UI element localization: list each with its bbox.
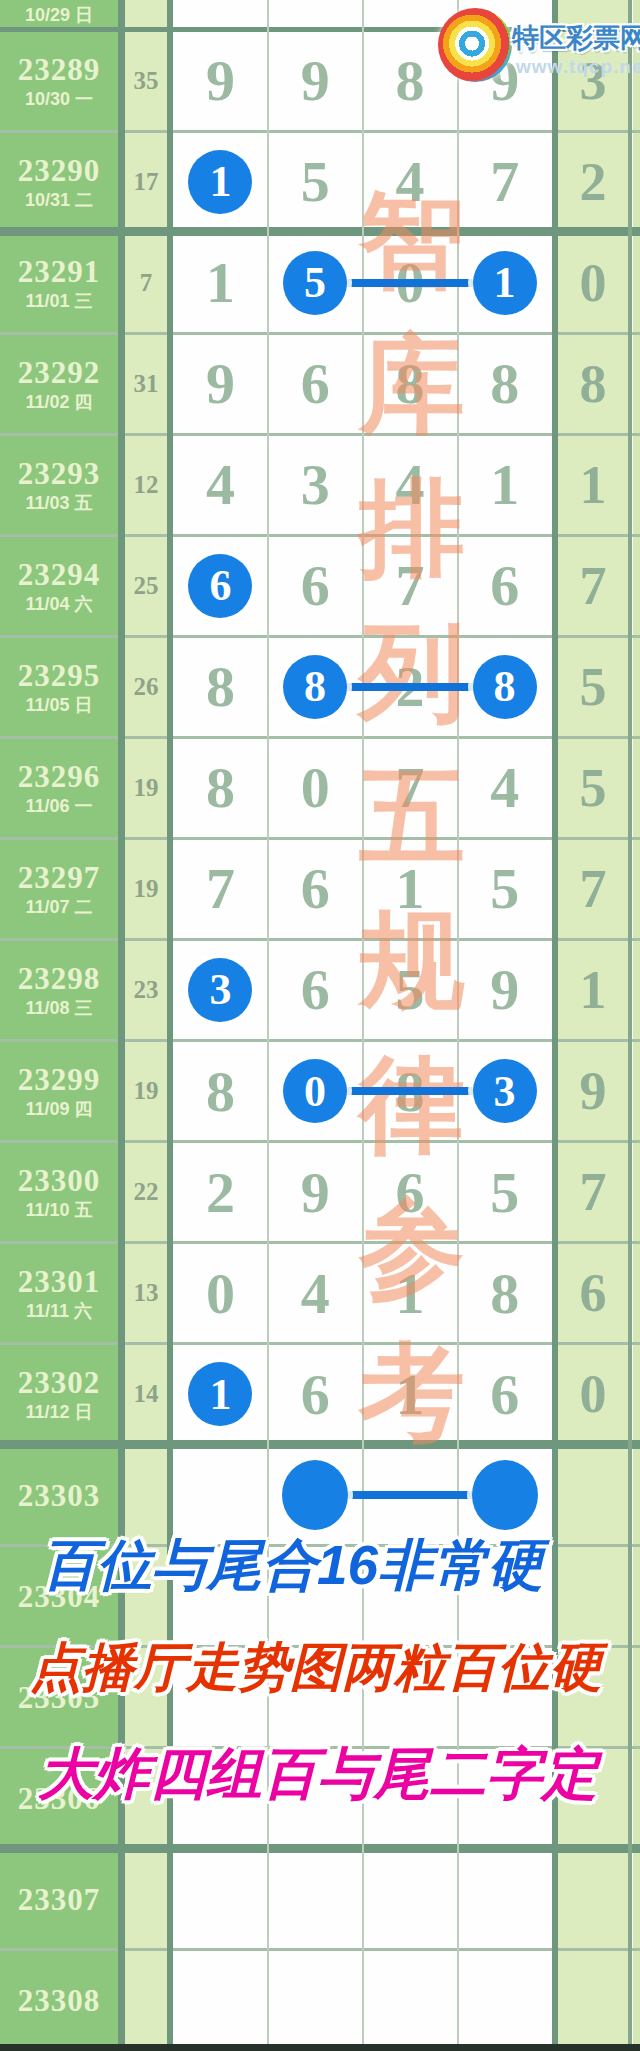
highlighted-digit-23291-3: 1 — [473, 251, 537, 315]
digit-cell-23299-0: 8 — [173, 1041, 268, 1142]
watermark-char-4: 列 — [358, 619, 466, 725]
digit-cell-23292-0: 9 — [173, 333, 268, 434]
period-cell-23297: 2329711/07 二 — [0, 838, 118, 939]
period-date: 11/10 五 — [25, 1201, 92, 1219]
sum-cell-23297: 19 — [125, 838, 167, 939]
tail-cell-23291: 0 — [558, 232, 628, 333]
prediction-line-3: 大炸四组百与尾二字定 — [38, 1742, 598, 1806]
vertical-border-4 — [628, 0, 632, 2051]
period-cell-23300: 2330011/10 五 — [0, 1142, 118, 1243]
period-number: 23298 — [18, 963, 101, 994]
watermark-char-9: 考 — [358, 1339, 466, 1445]
digit-cell-23302-3: 6 — [457, 1344, 552, 1445]
digit-cell-23298-1: 6 — [268, 939, 363, 1040]
logo-site-url: www.tqcp.net — [516, 56, 640, 78]
sum-cell-23296: 19 — [125, 737, 167, 838]
period-number: 23301 — [18, 1266, 101, 1297]
period-cell-23301: 2330111/11 六 — [0, 1243, 118, 1344]
digit-cell-23290-3: 7 — [457, 131, 552, 232]
period-date: 10/30 一 — [25, 90, 93, 108]
period-number: 23299 — [18, 1064, 101, 1095]
period-date: 11/01 三 — [25, 292, 92, 310]
digit-cell-23301-0: 0 — [173, 1243, 268, 1344]
tail-cell-23295: 5 — [558, 636, 628, 737]
digit-cell-23301-3: 8 — [457, 1243, 552, 1344]
tail-cell-23298: 1 — [558, 939, 628, 1040]
period-number: 23302 — [18, 1367, 101, 1398]
period-cell-23307: 23307 — [0, 1849, 118, 1950]
period-number: 23307 — [18, 1884, 101, 1915]
digit-cell-23293-3: 1 — [457, 434, 552, 535]
tail-cell-23293: 1 — [558, 434, 628, 535]
period-number: 23300 — [18, 1165, 101, 1196]
period-date: 11/04 六 — [25, 595, 92, 613]
period-date: 11/07 二 — [25, 898, 92, 916]
highlighted-digit-23291-1: 5 — [283, 251, 347, 315]
sum-cell-23302: 14 — [125, 1344, 167, 1445]
digit-cell-23301-1: 4 — [268, 1243, 363, 1344]
period-number: 23295 — [18, 660, 101, 691]
sum-cell-23295: 26 — [125, 636, 167, 737]
period-number: 23308 — [18, 1985, 101, 2016]
watermark-char-7: 律 — [358, 1051, 466, 1157]
tail-cell-23302: 0 — [558, 1344, 628, 1445]
period-cell-23296: 2329611/06 一 — [0, 737, 118, 838]
watermark-char-2: 库 — [358, 331, 466, 437]
digit-cell-23296-1: 0 — [268, 737, 363, 838]
watermark-char-1: 智 — [358, 187, 466, 293]
period-cell-23290: 2329010/31 二 — [0, 131, 118, 232]
period-cell-23293: 2329311/03 五 — [0, 434, 118, 535]
tail-cell-23300: 7 — [558, 1142, 628, 1243]
sum-cell-23300: 22 — [125, 1142, 167, 1243]
highlighted-digit-23299-1: 0 — [283, 1059, 347, 1123]
period-number: 23297 — [18, 862, 101, 893]
digit-cell-23293-1: 3 — [268, 434, 363, 535]
digit-cell-23293-0: 4 — [173, 434, 268, 535]
period-cell-23308: 23308 — [0, 1950, 118, 2051]
prediction-circle-23303-1 — [282, 1460, 348, 1530]
digit-cell-23292-3: 8 — [457, 333, 552, 434]
pailie5-trend-chart: 10/29 日 2328910/30 一35998932329010/31 二1… — [0, 0, 640, 2051]
period-date: 11/09 四 — [25, 1100, 92, 1118]
partial-row-date: 10/29 日 — [0, 0, 118, 28]
sum-cell-23294: 25 — [125, 535, 167, 636]
sum-cell-23298: 23 — [125, 939, 167, 1040]
period-cell-23291: 2329111/01 三 — [0, 232, 118, 333]
prediction-line-1: 百位与尾合16非常硬 — [42, 1534, 543, 1597]
period-date: 11/03 五 — [25, 494, 92, 512]
sum-cell-23301: 13 — [125, 1243, 167, 1344]
highlighted-digit-23294-0: 6 — [188, 554, 252, 618]
period-number: 23294 — [18, 559, 101, 590]
tail-cell-23294: 7 — [558, 535, 628, 636]
digit-cell-23294-1: 6 — [268, 535, 363, 636]
digit-cell-23298-3: 9 — [457, 939, 552, 1040]
period-cell-23303: 23303 — [0, 1445, 118, 1546]
digit-cell-23300-3: 5 — [457, 1142, 552, 1243]
digit-cell-23291-0: 1 — [173, 232, 268, 333]
digit-cell-23294-3: 6 — [457, 535, 552, 636]
period-date: 10/31 二 — [25, 191, 93, 209]
highlighted-digit-23290-0: 1 — [188, 150, 252, 214]
digit-cell-23297-1: 6 — [268, 838, 363, 939]
highlighted-digit-23295-1: 8 — [283, 655, 347, 719]
period-number: 23292 — [18, 357, 101, 388]
period-date: 11/06 一 — [25, 797, 92, 815]
digit-cell-23289-0: 9 — [173, 30, 268, 131]
digit-cell-23300-1: 9 — [268, 1142, 363, 1243]
period-cell-23302: 2330211/12 日 — [0, 1344, 118, 1445]
sum-cell-23289: 35 — [125, 30, 167, 131]
period-cell-23299: 2329911/09 四 — [0, 1041, 118, 1142]
tail-cell-23296: 5 — [558, 737, 628, 838]
digit-cell-23296-0: 8 — [173, 737, 268, 838]
digit-cell-23296-3: 4 — [457, 737, 552, 838]
period-cell-23294: 2329411/04 六 — [0, 535, 118, 636]
digit-cell-23300-0: 2 — [173, 1142, 268, 1243]
period-cell-23295: 2329511/05 日 — [0, 636, 118, 737]
tail-cell-23301: 6 — [558, 1243, 628, 1344]
sum-cell-23290: 17 — [125, 131, 167, 232]
logo-site-name: 特区彩票网 — [512, 20, 640, 56]
sum-cell-23291: 7 — [125, 232, 167, 333]
digit-cell-23297-3: 5 — [457, 838, 552, 939]
digit-cell-23302-1: 6 — [268, 1344, 363, 1445]
watermark-char-8: 参 — [358, 1195, 466, 1301]
period-number: 23289 — [18, 54, 101, 85]
digit-cell-23289-1: 9 — [268, 30, 363, 131]
digit-cell-23295-0: 8 — [173, 636, 268, 737]
watermark-char-6: 规 — [358, 907, 466, 1013]
period-cell-23298: 2329811/08 三 — [0, 939, 118, 1040]
digit-cell-23290-1: 5 — [268, 131, 363, 232]
period-number: 23296 — [18, 761, 101, 792]
tail-cell-23299: 9 — [558, 1041, 628, 1142]
digit-cell-23297-0: 7 — [173, 838, 268, 939]
prediction-line-2: 点播厅走势图两粒百位硬 — [30, 1638, 602, 1698]
tail-cell-23297: 7 — [558, 838, 628, 939]
highlighted-digit-23298-0: 3 — [188, 958, 252, 1022]
period-cell-23292: 2329211/02 四 — [0, 333, 118, 434]
cutoff-column-background — [633, 0, 640, 2051]
sum-cell-23292: 31 — [125, 333, 167, 434]
period-number: 23303 — [18, 1480, 101, 1511]
period-number: 23290 — [18, 155, 101, 186]
period-date: 11/08 三 — [25, 999, 92, 1017]
sum-cell-23299: 19 — [125, 1041, 167, 1142]
tail-cell-23292: 8 — [558, 333, 628, 434]
highlighted-digit-23299-3: 3 — [473, 1059, 537, 1123]
period-date: 11/11 六 — [26, 1302, 92, 1320]
watermark-char-3: 排 — [358, 475, 466, 581]
digit-cell-23292-1: 6 — [268, 333, 363, 434]
logo-swirl-icon — [438, 8, 512, 82]
period-date: 11/05 日 — [25, 696, 92, 714]
period-number: 23291 — [18, 256, 101, 287]
period-cell-23289: 2328910/30 一 — [0, 30, 118, 131]
tail-cell-23290: 2 — [558, 131, 628, 232]
prediction-circle-23303-3 — [472, 1460, 538, 1530]
sum-cell-23293: 12 — [125, 434, 167, 535]
site-logo: 特区彩票网 www.tqcp.net — [436, 6, 640, 84]
period-number: 23293 — [18, 458, 101, 489]
period-date: 11/12 日 — [25, 1403, 92, 1421]
highlighted-digit-23295-3: 8 — [473, 655, 537, 719]
period-date: 11/02 四 — [25, 393, 92, 411]
watermark-char-5: 五 — [358, 763, 466, 869]
